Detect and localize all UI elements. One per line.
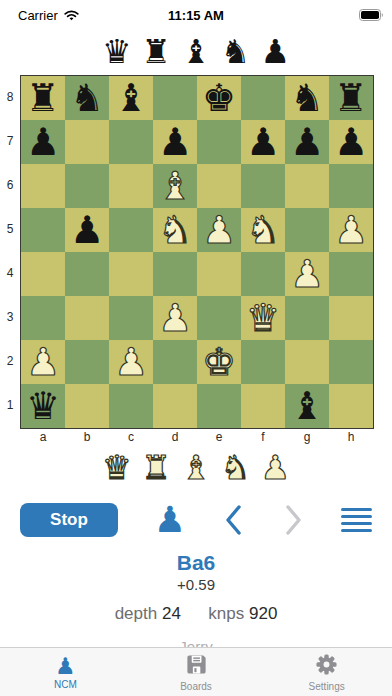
tab-settings[interactable]: Settings [261,648,392,696]
square-f8[interactable] [241,76,285,120]
rank-label-3: 3 [0,295,20,339]
piece-black-queen: ♛ [26,384,60,428]
square-d6[interactable]: ♝ [153,164,197,208]
best-move-text[interactable]: Ba6 [0,551,392,575]
square-c5[interactable] [109,208,153,252]
square-d3[interactable]: ♟ [153,296,197,340]
chevron-right-icon [281,503,305,537]
square-f6[interactable] [241,164,285,208]
wifi-icon [63,9,80,22]
square-c4[interactable] [109,252,153,296]
depth-value: 24 [162,604,181,623]
square-e1[interactable] [197,384,241,428]
square-e6[interactable] [197,164,241,208]
rank-labels: 87654321 [0,75,20,429]
square-h6[interactable] [329,164,373,208]
previous-move-button[interactable] [222,503,246,537]
piece-black-pawn: ♟ [334,120,368,164]
square-a4[interactable] [21,252,65,296]
square-b7[interactable] [65,120,109,164]
rank-label-1: 1 [0,383,20,427]
black-piece-tray: ♛♜♝♞♟ [0,32,392,70]
file-label-e: e [197,430,241,444]
square-d8[interactable] [153,76,197,120]
battery-icon [359,9,384,21]
piece-black-pawn: ♟ [290,120,324,164]
square-h8[interactable]: ♜ [329,76,373,120]
file-label-g: g [285,430,329,444]
piece-white-knight: ♞ [158,208,192,252]
piece-white-pawn: ♟ [334,208,368,252]
menu-icon[interactable] [341,508,372,532]
piece-black-knight: ♞ [290,76,324,120]
square-d2[interactable] [153,340,197,384]
square-b4[interactable] [65,252,109,296]
white-piece-tray: ♛♜♝♞♟ [0,448,392,486]
square-a1[interactable]: ♛ [21,384,65,428]
file-labels: abcdefgh [21,429,373,444]
tray-piece-black-bishop[interactable]: ♝ [181,34,211,70]
engine-stats: depth 24 knps 920 [0,604,392,624]
piece-white-knight: ♞ [246,208,280,252]
square-g6[interactable] [285,164,329,208]
rank-label-2: 2 [0,339,20,383]
square-h3[interactable] [329,296,373,340]
knps-label: knps [208,604,244,623]
square-f3[interactable]: ♛ [241,296,285,340]
square-b6[interactable] [65,164,109,208]
piece-white-pawn: ♟ [202,208,236,252]
tab-bar: ♟ NCM Boards [0,647,392,696]
square-c1[interactable] [109,384,153,428]
tray-piece-white-knight[interactable]: ♞ [221,450,251,486]
square-b1[interactable] [65,384,109,428]
depth-label: depth [115,604,158,623]
tab-ncm[interactable]: ♟ NCM [0,648,131,696]
file-label-f: f [241,430,285,444]
square-g4[interactable]: ♟ [285,252,329,296]
square-c2[interactable]: ♟ [109,340,153,384]
square-c6[interactable] [109,164,153,208]
square-g5[interactable] [285,208,329,252]
square-f1[interactable] [241,384,285,428]
piece-black-king: ♚ [202,76,236,120]
tray-piece-white-pawn[interactable]: ♟ [260,450,290,486]
file-label-d: d [153,430,197,444]
square-g7[interactable]: ♟ [285,120,329,164]
square-e4[interactable] [197,252,241,296]
piece-black-pawn: ♟ [70,208,104,252]
knps-value: 920 [249,604,277,623]
piece-black-bishop: ♝ [114,76,148,120]
rank-label-4: 4 [0,251,20,295]
clock-time: 11:15 AM [168,8,224,23]
piece-black-pawn: ♟ [26,120,60,164]
square-e7[interactable] [197,120,241,164]
piece-white-pawn: ♟ [158,296,192,340]
square-h1[interactable] [329,384,373,428]
square-b5[interactable]: ♟ [65,208,109,252]
square-e8[interactable]: ♚ [197,76,241,120]
gear-icon [315,653,338,680]
square-e2[interactable]: ♚ [197,340,241,384]
square-g1[interactable]: ♝ [285,384,329,428]
square-g3[interactable] [285,296,329,340]
square-f5[interactable]: ♞ [241,208,285,252]
tray-piece-white-rook[interactable]: ♜ [142,450,172,486]
file-label-a: a [21,430,65,444]
pawn-tab-icon: ♟ [55,654,76,678]
square-a6[interactable] [21,164,65,208]
piece-black-pawn: ♟ [158,120,192,164]
file-label-h: h [329,430,373,444]
square-a5[interactable] [21,208,65,252]
square-h4[interactable] [329,252,373,296]
rank-label-8: 8 [0,75,20,119]
square-a8[interactable]: ♜ [21,76,65,120]
status-bar: Carrier 11:15 AM [0,0,392,28]
square-h2[interactable] [329,340,373,384]
square-a7[interactable]: ♟ [21,120,65,164]
square-d7[interactable]: ♟ [153,120,197,164]
rank-label-5: 5 [0,207,20,251]
tray-piece-black-rook[interactable]: ♜ [142,34,172,70]
piece-black-knight: ♞ [70,76,104,120]
square-c8[interactable]: ♝ [109,76,153,120]
tray-piece-white-queen[interactable]: ♛ [102,450,132,486]
square-d1[interactable] [153,384,197,428]
tray-piece-white-bishop[interactable]: ♝ [181,450,211,486]
floppy-disk-icon [185,653,208,680]
file-label-b: b [65,430,109,444]
engine-controls: Stop ♟ [20,502,372,538]
square-e3[interactable] [197,296,241,340]
square-f4[interactable] [241,252,285,296]
square-b3[interactable] [65,296,109,340]
square-h5[interactable]: ♟ [329,208,373,252]
square-d4[interactable] [153,252,197,296]
square-g2[interactable] [285,340,329,384]
rank-label-7: 7 [0,119,20,163]
square-f7[interactable]: ♟ [241,120,285,164]
square-d5[interactable]: ♞ [153,208,197,252]
square-b2[interactable] [65,340,109,384]
piece-black-rook: ♜ [334,76,368,120]
piece-white-queen: ♛ [246,296,280,340]
square-g8[interactable]: ♞ [285,76,329,120]
tray-piece-black-knight[interactable]: ♞ [221,34,251,70]
piece-white-pawn: ♟ [114,340,148,384]
chevron-left-icon [222,503,246,537]
tray-piece-black-pawn[interactable]: ♟ [260,34,290,70]
board-area: 87654321 ♜♞♝♚♞♜♟♟♟♟♟♝♟♞♟♞♟♟♟♛♟♟♚♛♝ [0,75,392,429]
piece-black-rook: ♜ [26,76,60,120]
piece-black-bishop: ♝ [290,384,324,428]
next-move-button[interactable] [281,503,305,537]
stop-button[interactable]: Stop [20,503,118,537]
rank-label-6: 6 [0,163,20,207]
piece-white-bishop: ♝ [158,164,192,208]
square-c7[interactable] [109,120,153,164]
square-b8[interactable]: ♞ [65,76,109,120]
piece-white-king: ♚ [202,340,236,384]
file-label-c: c [109,430,153,444]
side-to-move-pawn-icon[interactable]: ♟ [154,502,186,538]
square-a2[interactable]: ♟ [21,340,65,384]
square-e5[interactable]: ♟ [197,208,241,252]
square-h7[interactable]: ♟ [329,120,373,164]
piece-white-pawn: ♟ [290,252,324,296]
square-f2[interactable] [241,340,285,384]
square-a3[interactable] [21,296,65,340]
tab-boards[interactable]: Boards [131,648,262,696]
chess-board: ♜♞♝♚♞♜♟♟♟♟♟♝♟♞♟♞♟♟♟♛♟♟♚♛♝ [20,75,374,429]
piece-black-pawn: ♟ [246,120,280,164]
carrier-label: Carrier [18,8,58,23]
square-c3[interactable] [109,296,153,340]
tray-piece-black-queen[interactable]: ♛ [102,34,132,70]
evaluation-text: +0.59 [0,576,392,593]
piece-white-pawn: ♟ [26,340,60,384]
